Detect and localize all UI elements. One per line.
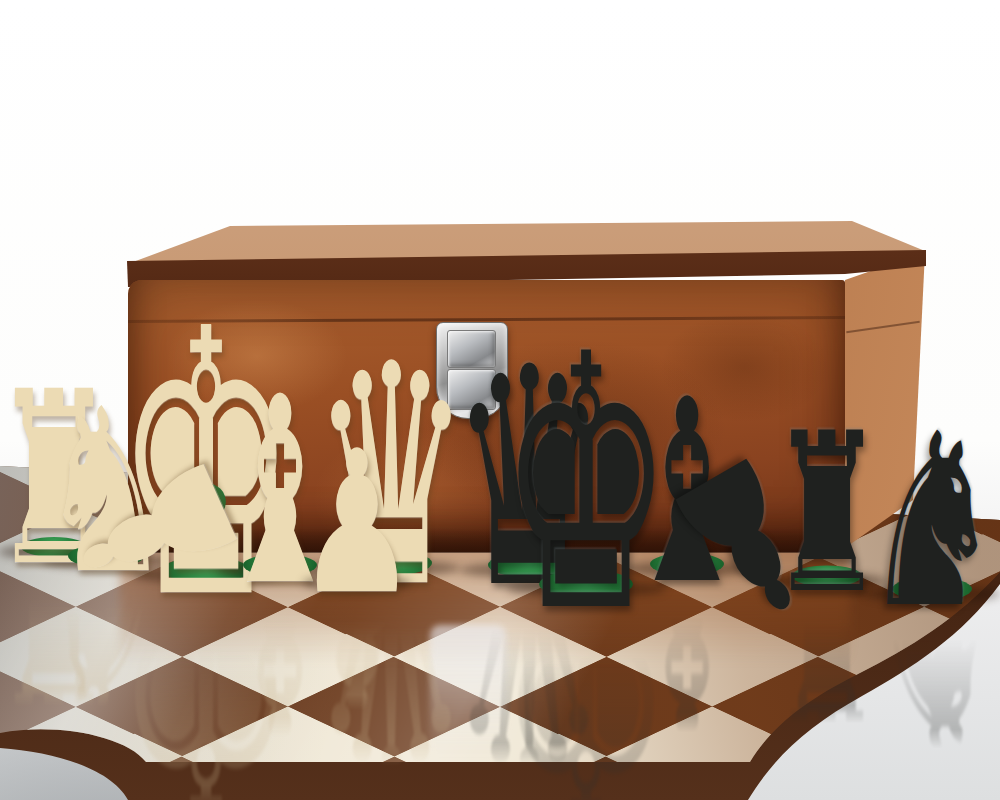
black-knight-piece: ♞: [861, 402, 1000, 641]
white-pawn-piece: ♟: [297, 424, 417, 621]
chess-set-photo: ♜♜♞♞♚♚♝♝♛♛♟♟♟♛♛♚♚♝♝♟♜♜♞♞: [0, 0, 1000, 800]
